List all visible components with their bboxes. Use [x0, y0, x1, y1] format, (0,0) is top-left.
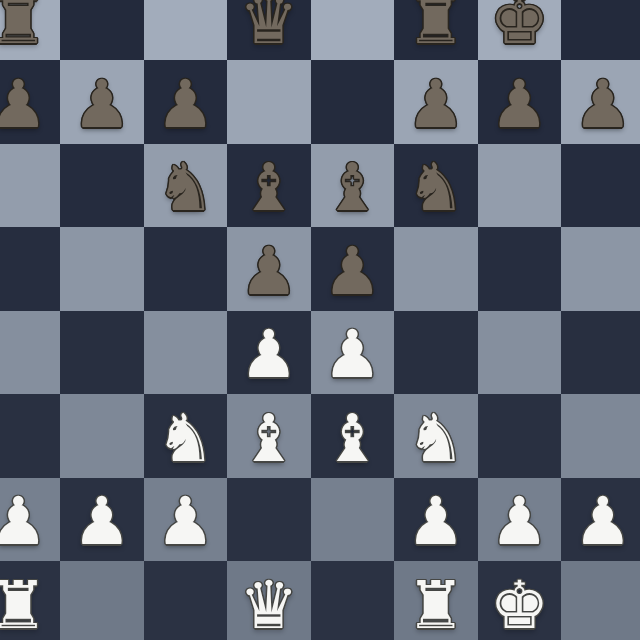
- white-pawn[interactable]: ♟: [239, 322, 298, 388]
- square-b7[interactable]: ♟: [60, 60, 144, 144]
- square-c5[interactable]: [144, 227, 228, 311]
- white-pawn[interactable]: ♟: [156, 489, 215, 555]
- square-e7[interactable]: [311, 60, 395, 144]
- square-g6[interactable]: [478, 144, 562, 228]
- white-pawn[interactable]: ♟: [323, 322, 382, 388]
- black-bishop[interactable]: ♝: [323, 155, 382, 221]
- square-a4[interactable]: [0, 311, 60, 395]
- black-queen[interactable]: ♛: [239, 0, 298, 54]
- square-a3[interactable]: [0, 394, 60, 478]
- square-f8[interactable]: ♜: [394, 0, 478, 60]
- square-g4[interactable]: [478, 311, 562, 395]
- square-c6[interactable]: ♞: [144, 144, 228, 228]
- square-h5[interactable]: [561, 227, 640, 311]
- square-g8[interactable]: ♚: [478, 0, 562, 60]
- square-e3[interactable]: ♝: [311, 394, 395, 478]
- black-king[interactable]: ♚: [490, 0, 549, 54]
- square-e1[interactable]: [311, 561, 395, 640]
- square-c3[interactable]: ♞: [144, 394, 228, 478]
- square-b6[interactable]: [60, 144, 144, 228]
- square-h2[interactable]: ♟: [561, 478, 640, 562]
- white-pawn[interactable]: ♟: [0, 489, 48, 555]
- square-e2[interactable]: [311, 478, 395, 562]
- black-knight[interactable]: ♞: [406, 155, 465, 221]
- square-g3[interactable]: [478, 394, 562, 478]
- white-knight[interactable]: ♞: [156, 406, 215, 472]
- square-h7[interactable]: ♟: [561, 60, 640, 144]
- square-g7[interactable]: ♟: [478, 60, 562, 144]
- square-e8[interactable]: [311, 0, 395, 60]
- square-d8[interactable]: ♛: [227, 0, 311, 60]
- black-pawn[interactable]: ♟: [156, 72, 215, 138]
- square-h8[interactable]: [561, 0, 640, 60]
- square-b4[interactable]: [60, 311, 144, 395]
- square-c7[interactable]: ♟: [144, 60, 228, 144]
- square-h1[interactable]: [561, 561, 640, 640]
- square-h3[interactable]: [561, 394, 640, 478]
- square-b5[interactable]: [60, 227, 144, 311]
- black-pawn[interactable]: ♟: [0, 72, 48, 138]
- black-pawn[interactable]: ♟: [323, 239, 382, 305]
- black-bishop[interactable]: ♝: [239, 155, 298, 221]
- black-rook[interactable]: ♜: [406, 0, 465, 54]
- square-f1[interactable]: ♜: [394, 561, 478, 640]
- square-b8[interactable]: [60, 0, 144, 60]
- white-knight[interactable]: ♞: [406, 406, 465, 472]
- white-rook[interactable]: ♜: [406, 573, 465, 639]
- square-d2[interactable]: [227, 478, 311, 562]
- square-c2[interactable]: ♟: [144, 478, 228, 562]
- black-pawn[interactable]: ♟: [490, 72, 549, 138]
- square-a7[interactable]: ♟: [0, 60, 60, 144]
- square-g2[interactable]: ♟: [478, 478, 562, 562]
- square-c1[interactable]: [144, 561, 228, 640]
- white-king[interactable]: ♚: [490, 573, 549, 639]
- white-pawn[interactable]: ♟: [72, 489, 131, 555]
- black-knight[interactable]: ♞: [156, 155, 215, 221]
- square-a1[interactable]: ♜: [0, 561, 60, 640]
- white-pawn[interactable]: ♟: [573, 489, 632, 555]
- black-pawn[interactable]: ♟: [573, 72, 632, 138]
- square-g1[interactable]: ♚: [478, 561, 562, 640]
- square-f6[interactable]: ♞: [394, 144, 478, 228]
- white-pawn[interactable]: ♟: [406, 489, 465, 555]
- white-bishop[interactable]: ♝: [323, 406, 382, 472]
- square-g5[interactable]: [478, 227, 562, 311]
- square-h6[interactable]: [561, 144, 640, 228]
- square-b3[interactable]: [60, 394, 144, 478]
- square-f7[interactable]: ♟: [394, 60, 478, 144]
- white-rook[interactable]: ♜: [0, 573, 48, 639]
- square-h4[interactable]: [561, 311, 640, 395]
- square-e6[interactable]: ♝: [311, 144, 395, 228]
- white-bishop[interactable]: ♝: [239, 406, 298, 472]
- chess-board-viewport: ♜♛♜♚♟♟♟♟♟♟♞♝♝♞♟♟♟♟♞♝♝♞♟♟♟♟♟♟♜♛♜♚: [0, 0, 640, 640]
- black-pawn[interactable]: ♟: [406, 72, 465, 138]
- square-f3[interactable]: ♞: [394, 394, 478, 478]
- square-c4[interactable]: [144, 311, 228, 395]
- square-a6[interactable]: [0, 144, 60, 228]
- square-f5[interactable]: [394, 227, 478, 311]
- black-pawn[interactable]: ♟: [72, 72, 131, 138]
- square-a5[interactable]: [0, 227, 60, 311]
- square-e5[interactable]: ♟: [311, 227, 395, 311]
- square-a2[interactable]: ♟: [0, 478, 60, 562]
- square-d5[interactable]: ♟: [227, 227, 311, 311]
- square-d7[interactable]: [227, 60, 311, 144]
- chess-board: ♜♛♜♚♟♟♟♟♟♟♞♝♝♞♟♟♟♟♞♝♝♞♟♟♟♟♟♟♜♛♜♚: [0, 0, 640, 640]
- square-b1[interactable]: [60, 561, 144, 640]
- black-pawn[interactable]: ♟: [239, 239, 298, 305]
- square-e4[interactable]: ♟: [311, 311, 395, 395]
- square-b2[interactable]: ♟: [60, 478, 144, 562]
- square-f4[interactable]: [394, 311, 478, 395]
- square-c8[interactable]: [144, 0, 228, 60]
- white-queen[interactable]: ♛: [239, 573, 298, 639]
- square-d4[interactable]: ♟: [227, 311, 311, 395]
- square-a8[interactable]: ♜: [0, 0, 60, 60]
- square-d6[interactable]: ♝: [227, 144, 311, 228]
- square-f2[interactable]: ♟: [394, 478, 478, 562]
- white-pawn[interactable]: ♟: [490, 489, 549, 555]
- square-d1[interactable]: ♛: [227, 561, 311, 640]
- square-d3[interactable]: ♝: [227, 394, 311, 478]
- black-rook[interactable]: ♜: [0, 0, 48, 54]
